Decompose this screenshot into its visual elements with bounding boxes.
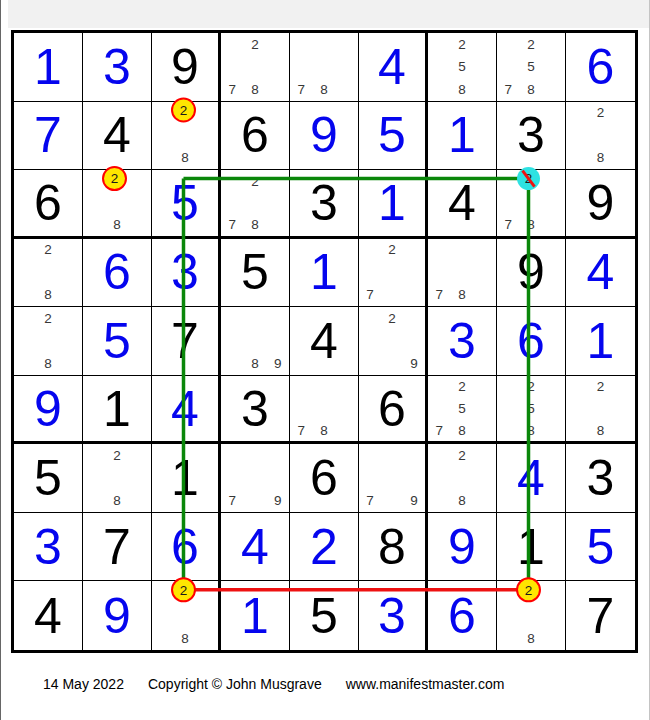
cell-r5c9: 1 [566, 307, 635, 376]
given-digit: 3 [517, 110, 545, 160]
candidate-empty [566, 102, 589, 125]
cell-r7c9: 3 [566, 444, 635, 513]
candidate-empty [359, 467, 381, 490]
solved-digit: 1 [378, 178, 406, 228]
candidate-empty [128, 170, 151, 192]
candidate-empty [221, 33, 244, 56]
candidate-9: 9 [403, 489, 425, 512]
candidate-2: 2 [381, 239, 403, 262]
cell-r6c2: 1 [83, 376, 152, 445]
candidate-empty [313, 376, 336, 398]
candidate-empty [612, 376, 635, 398]
candidate-empty [196, 604, 218, 627]
candidate-empty [381, 261, 403, 284]
cell-r6c7: 2578 [428, 376, 497, 445]
candidate-empty [473, 444, 496, 467]
cell-r5c4: 89 [221, 307, 290, 376]
candidate-marks: 78 [290, 376, 358, 442]
candidate-marks: 28 [83, 170, 151, 236]
candidate-empty [542, 214, 565, 236]
candidate-empty [566, 147, 589, 170]
cell-r1c9: 6 [566, 33, 635, 102]
cell-r9c6: 3 [359, 581, 428, 650]
candidate-empty [497, 604, 520, 627]
cell-r4c1: 28 [14, 239, 83, 308]
given-digit: 5 [241, 247, 269, 297]
candidate-empty [497, 419, 520, 441]
candidate-8: 8 [520, 419, 543, 441]
candidate-empty [473, 239, 496, 262]
cell-r5c2: 5 [83, 307, 152, 376]
candidate-2: 2 [520, 170, 543, 192]
candidate-7: 7 [290, 419, 313, 441]
cell-r8c4: 4 [221, 513, 290, 582]
candidate-8: 8 [520, 78, 543, 101]
candidate-7: 7 [221, 78, 244, 101]
cell-r8c6: 8 [359, 513, 428, 582]
candidate-empty [221, 330, 244, 353]
cell-r2c9: 28 [566, 102, 635, 171]
candidate-marks: 78 [290, 33, 358, 101]
candidate-empty [497, 581, 520, 604]
candidate-empty [542, 627, 565, 650]
given-digit: 7 [171, 316, 199, 366]
candidate-empty [542, 604, 565, 627]
candidate-empty [451, 261, 474, 284]
cell-r7c4: 79 [221, 444, 290, 513]
cell-r4c2: 6 [83, 239, 152, 308]
cell-r6c5: 78 [290, 376, 359, 445]
cell-r9c7: 6 [428, 581, 497, 650]
candidate-empty [313, 33, 336, 56]
candidate-marks: 28 [83, 444, 151, 512]
given-digit: 1 [103, 384, 131, 434]
candidate-empty [403, 284, 425, 307]
candidate-empty [428, 444, 451, 467]
cell-r4c7: 78 [428, 239, 497, 308]
candidate-marks: 29 [359, 307, 425, 375]
candidate-empty [335, 398, 358, 420]
candidate-empty [612, 419, 635, 441]
solved-digit: 2 [310, 522, 338, 572]
cell-r4c5: 1 [290, 239, 359, 308]
given-digit: 6 [310, 453, 338, 503]
solved-digit: 7 [34, 110, 62, 160]
cell-r1c7: 258 [428, 33, 497, 102]
given-digit: 1 [171, 453, 199, 503]
solved-digit: 1 [241, 591, 269, 641]
solved-digit: 5 [587, 522, 615, 572]
footer: 14 May 2022 Copyright © John Musgrave ww… [43, 676, 504, 692]
candidate-8: 8 [589, 419, 612, 441]
given-digit: 3 [310, 178, 338, 228]
cell-r6c9: 28 [566, 376, 635, 445]
candidate-marks: 28 [14, 307, 82, 375]
footer-copyright: Copyright © John Musgrave [148, 676, 322, 692]
candidate-empty [542, 78, 565, 101]
candidate-empty [244, 467, 267, 490]
candidate-empty [473, 467, 496, 490]
given-digit: 6 [241, 110, 269, 160]
solved-digit: 6 [517, 316, 545, 366]
cell-r1c8: 2578 [497, 33, 566, 102]
candidate-empty [221, 307, 244, 330]
candidate-empty [497, 170, 520, 192]
cell-r9c5: 5 [290, 581, 359, 650]
candidate-empty [83, 192, 106, 214]
candidate-7: 7 [428, 284, 451, 307]
given-digit: 6 [34, 178, 62, 228]
candidate-9: 9 [266, 352, 289, 375]
solved-digit: 9 [448, 522, 476, 572]
candidate-empty [428, 398, 451, 420]
candidate-empty [566, 124, 589, 147]
candidate-2: 2 [37, 307, 60, 330]
candidate-8: 8 [244, 78, 267, 101]
candidate-empty [59, 307, 82, 330]
candidate-empty [221, 56, 244, 79]
candidate-2: 2 [451, 33, 474, 56]
candidate-5: 5 [520, 56, 543, 79]
candidate-empty [542, 170, 565, 192]
candidate-empty [196, 147, 218, 170]
candidate-marks: 79 [221, 444, 289, 512]
candidate-empty [59, 284, 82, 307]
cell-r9c4: 1 [221, 581, 290, 650]
candidate-empty [403, 261, 425, 284]
candidate-empty [59, 330, 82, 353]
candidate-empty [542, 192, 565, 214]
sudoku-board: 1392787842582578674286951328628527831427… [11, 30, 638, 653]
candidate-2: 2 [244, 170, 267, 192]
candidate-empty [381, 330, 403, 353]
candidate-2: 2 [451, 444, 474, 467]
candidate-empty [359, 239, 381, 262]
cell-r5c6: 29 [359, 307, 428, 376]
candidate-empty [566, 376, 589, 398]
candidate-2: 2 [451, 376, 474, 398]
candidate-empty [244, 489, 267, 512]
candidate-8: 8 [313, 78, 336, 101]
cell-r3c1: 6 [14, 170, 83, 239]
candidate-empty [266, 467, 289, 490]
candidate-8: 8 [520, 627, 543, 650]
candidate-empty [403, 330, 425, 353]
candidate-marks: 78 [428, 239, 496, 307]
candidate-empty [428, 33, 451, 56]
solved-digit: 3 [34, 522, 62, 572]
candidate-empty [473, 398, 496, 420]
candidate-empty [14, 352, 37, 375]
candidate-empty [381, 467, 403, 490]
candidate-9: 9 [403, 352, 425, 375]
candidate-empty [152, 627, 174, 650]
candidate-empty [174, 124, 196, 147]
candidate-empty [59, 261, 82, 284]
candidate-empty [542, 56, 565, 79]
candidate-empty [428, 489, 451, 512]
cell-r1c2: 3 [83, 33, 152, 102]
candidate-empty [497, 56, 520, 79]
candidate-empty [221, 352, 244, 375]
candidate-empty [403, 444, 425, 467]
candidate-2: 2 [381, 307, 403, 330]
cell-r2c6: 5 [359, 102, 428, 171]
cell-r8c2: 7 [83, 513, 152, 582]
candidate-empty [542, 33, 565, 56]
candidate-empty [14, 330, 37, 353]
candidate-empty [335, 419, 358, 441]
cell-r8c1: 3 [14, 513, 83, 582]
candidate-empty [612, 102, 635, 125]
cell-r5c7: 3 [428, 307, 497, 376]
candidate-empty [106, 467, 129, 490]
candidate-empty [497, 192, 520, 214]
given-digit: 7 [103, 522, 131, 572]
candidate-empty [428, 467, 451, 490]
candidate-marks: 278 [221, 33, 289, 101]
candidate-empty [542, 581, 565, 604]
candidate-empty [451, 467, 474, 490]
candidate-empty [428, 239, 451, 262]
candidate-empty [359, 444, 381, 467]
cell-r7c5: 6 [290, 444, 359, 513]
cell-r3c5: 3 [290, 170, 359, 239]
solved-digit: 4 [378, 42, 406, 92]
candidate-empty [589, 398, 612, 420]
given-digit: 5 [34, 453, 62, 503]
candidate-empty [381, 489, 403, 512]
cell-r6c1: 9 [14, 376, 83, 445]
cell-r3c2: 28 [83, 170, 152, 239]
candidate-empty [473, 419, 496, 441]
candidate-empty [359, 352, 381, 375]
cell-r2c3: 28 [152, 102, 221, 171]
candidate-empty [542, 376, 565, 398]
candidate-empty [497, 398, 520, 420]
candidate-empty [612, 398, 635, 420]
candidate-empty [266, 307, 289, 330]
candidate-2: 2 [244, 33, 267, 56]
candidate-empty [106, 192, 129, 214]
cell-r2c7: 1 [428, 102, 497, 171]
candidate-empty [451, 239, 474, 262]
cell-r2c5: 9 [290, 102, 359, 171]
given-digit: 4 [448, 178, 476, 228]
candidate-8: 8 [244, 352, 267, 375]
solved-digit: 9 [103, 591, 131, 641]
candidate-2: 2 [589, 102, 612, 125]
candidate-empty [290, 33, 313, 56]
solved-digit: 6 [171, 522, 199, 572]
candidate-empty [428, 78, 451, 101]
cell-r9c9: 7 [566, 581, 635, 650]
candidate-empty [244, 330, 267, 353]
cell-r7c3: 1 [152, 444, 221, 513]
candidate-empty [128, 489, 151, 512]
candidate-empty [244, 56, 267, 79]
candidate-empty [473, 261, 496, 284]
candidate-9: 9 [266, 489, 289, 512]
candidate-empty [266, 192, 289, 214]
given-digit: 7 [587, 591, 615, 641]
candidate-5: 5 [520, 398, 543, 420]
candidate-empty [244, 444, 267, 467]
candidate-empty [152, 581, 174, 604]
candidate-empty [520, 604, 543, 627]
candidate-8: 8 [174, 147, 196, 170]
candidate-empty [497, 33, 520, 56]
cell-r7c6: 79 [359, 444, 428, 513]
solved-digit: 6 [103, 247, 131, 297]
candidate-marks: 28 [428, 444, 496, 512]
candidate-empty [428, 376, 451, 398]
candidate-empty [221, 192, 244, 214]
candidate-2: 2 [520, 376, 543, 398]
cell-r8c8: 1 [497, 513, 566, 582]
candidate-empty [266, 444, 289, 467]
solved-digit: 3 [378, 591, 406, 641]
candidate-empty [403, 239, 425, 262]
candidate-empty [266, 33, 289, 56]
candidate-empty [83, 170, 106, 192]
candidate-marks: 28 [152, 102, 218, 170]
cell-r9c3: 28 [152, 581, 221, 650]
solved-digit: 6 [448, 591, 476, 641]
candidate-empty [83, 467, 106, 490]
candidate-marks: 2578 [428, 376, 496, 442]
footer-website: www.manifestmaster.com [346, 676, 505, 692]
window-top-strip [8, 0, 649, 28]
cell-r7c7: 28 [428, 444, 497, 513]
cell-r3c8: 278 [497, 170, 566, 239]
candidate-2: 2 [174, 581, 196, 604]
given-digit: 4 [34, 591, 62, 641]
cell-r4c6: 27 [359, 239, 428, 308]
solved-digit: 5 [378, 110, 406, 160]
candidate-empty [381, 444, 403, 467]
candidate-marks: 27 [359, 239, 425, 307]
candidate-marks: 89 [221, 307, 289, 375]
candidate-empty [520, 192, 543, 214]
candidate-2: 2 [520, 33, 543, 56]
candidate-empty [497, 376, 520, 398]
candidate-8: 8 [313, 419, 336, 441]
cell-r6c3: 4 [152, 376, 221, 445]
candidate-8: 8 [451, 489, 474, 512]
given-digit: 5 [310, 591, 338, 641]
candidate-empty [473, 284, 496, 307]
candidate-2: 2 [174, 102, 196, 125]
given-digit: 3 [241, 384, 269, 434]
candidate-8: 8 [37, 352, 60, 375]
cell-r5c1: 28 [14, 307, 83, 376]
candidate-7: 7 [359, 284, 381, 307]
candidate-marks: 28 [497, 581, 565, 650]
cell-r5c3: 7 [152, 307, 221, 376]
candidate-empty [128, 467, 151, 490]
candidate-empty [83, 214, 106, 236]
candidate-empty [428, 261, 451, 284]
candidate-empty [266, 214, 289, 236]
solved-digit: 9 [34, 384, 62, 434]
cell-r6c8: 258 [497, 376, 566, 445]
candidate-8: 8 [174, 627, 196, 650]
candidate-marks: 79 [359, 444, 425, 512]
candidate-5: 5 [451, 398, 474, 420]
candidate-empty [244, 192, 267, 214]
given-digit: 8 [378, 522, 406, 572]
candidate-8: 8 [106, 214, 129, 236]
given-digit: 4 [103, 110, 131, 160]
candidate-2: 2 [106, 444, 129, 467]
candidate-empty [14, 307, 37, 330]
solved-digit: 3 [103, 42, 131, 92]
candidate-empty [14, 284, 37, 307]
candidate-empty [428, 56, 451, 79]
candidate-empty [473, 376, 496, 398]
candidate-empty [221, 444, 244, 467]
given-digit: 9 [171, 42, 199, 92]
candidate-empty [128, 192, 151, 214]
candidate-7: 7 [290, 78, 313, 101]
candidate-empty [290, 376, 313, 398]
cell-r1c4: 278 [221, 33, 290, 102]
candidate-empty [128, 444, 151, 467]
cell-r7c1: 5 [14, 444, 83, 513]
candidate-8: 8 [451, 284, 474, 307]
solved-digit: 4 [517, 453, 545, 503]
candidate-marks: 28 [14, 239, 82, 307]
candidate-marks: 28 [566, 376, 635, 442]
candidate-7: 7 [497, 78, 520, 101]
candidate-2: 2 [37, 239, 60, 262]
cell-r9c2: 9 [83, 581, 152, 650]
cell-r9c1: 4 [14, 581, 83, 650]
candidate-empty [196, 102, 218, 125]
cell-r4c3: 3 [152, 239, 221, 308]
cell-r5c8: 6 [497, 307, 566, 376]
cell-r4c4: 5 [221, 239, 290, 308]
solved-digit: 1 [448, 110, 476, 160]
solved-digit: 3 [171, 247, 199, 297]
footer-date: 14 May 2022 [43, 676, 124, 692]
cell-r3c7: 4 [428, 170, 497, 239]
candidate-7: 7 [359, 489, 381, 512]
solved-digit: 5 [103, 316, 131, 366]
cell-r3c3: 5 [152, 170, 221, 239]
candidate-empty [266, 78, 289, 101]
candidate-empty [83, 489, 106, 512]
candidate-8: 8 [106, 489, 129, 512]
solved-digit: 3 [448, 316, 476, 366]
cell-r2c4: 6 [221, 102, 290, 171]
candidate-5: 5 [451, 56, 474, 79]
candidate-empty [566, 398, 589, 420]
candidate-empty [566, 419, 589, 441]
candidate-empty [174, 604, 196, 627]
candidate-empty [59, 239, 82, 262]
candidate-empty [335, 56, 358, 79]
given-digit: 1 [517, 522, 545, 572]
candidate-empty [359, 330, 381, 353]
candidate-7: 7 [497, 214, 520, 236]
candidate-empty [266, 330, 289, 353]
candidate-marks: 258 [497, 376, 565, 442]
cell-r8c7: 9 [428, 513, 497, 582]
given-digit: 3 [587, 453, 615, 503]
candidate-empty [359, 307, 381, 330]
